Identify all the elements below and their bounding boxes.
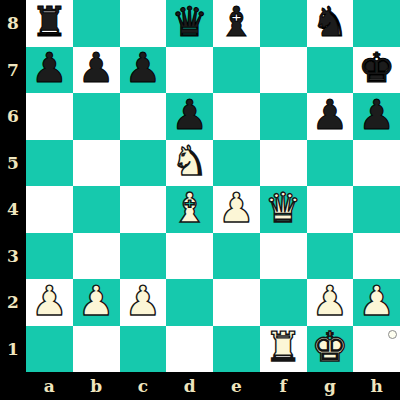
white-pawn-a2[interactable]: ♟ bbox=[31, 281, 68, 322]
rank-label-1: 1 bbox=[0, 326, 26, 373]
black-bishop-e8[interactable]: ♝ bbox=[218, 2, 255, 43]
square-b7[interactable]: ♟ bbox=[73, 47, 120, 94]
white-bishop-d4[interactable]: ♝ bbox=[171, 188, 208, 229]
rank-label-6: 6 bbox=[0, 93, 26, 140]
square-g1[interactable]: ♚ bbox=[307, 326, 354, 373]
file-label-g: g bbox=[307, 372, 354, 400]
square-d7[interactable] bbox=[166, 47, 213, 94]
square-e7[interactable] bbox=[213, 47, 260, 94]
square-c5[interactable] bbox=[120, 140, 167, 187]
rank-label-4: 4 bbox=[0, 186, 26, 233]
black-pawn-g6[interactable]: ♟ bbox=[311, 95, 348, 136]
square-a3[interactable] bbox=[26, 233, 73, 280]
black-pawn-h6[interactable]: ♟ bbox=[358, 95, 395, 136]
file-label-b: b bbox=[73, 372, 120, 400]
black-pawn-a7[interactable]: ♟ bbox=[31, 48, 68, 89]
square-e8[interactable]: ♝ bbox=[213, 0, 260, 47]
square-h2[interactable]: ♟ bbox=[353, 279, 400, 326]
square-h1[interactable] bbox=[353, 326, 400, 373]
board-frame-corner bbox=[0, 372, 26, 400]
square-f3[interactable] bbox=[260, 233, 307, 280]
square-e3[interactable] bbox=[213, 233, 260, 280]
square-a4[interactable] bbox=[26, 186, 73, 233]
white-rook-f1[interactable]: ♜ bbox=[265, 327, 302, 368]
white-pawn-b2[interactable]: ♟ bbox=[78, 281, 115, 322]
square-b6[interactable] bbox=[73, 93, 120, 140]
file-label-f: f bbox=[260, 372, 307, 400]
square-c2[interactable]: ♟ bbox=[120, 279, 167, 326]
file-label-h: h bbox=[353, 372, 400, 400]
square-a2[interactable]: ♟ bbox=[26, 279, 73, 326]
square-d8[interactable]: ♛ bbox=[166, 0, 213, 47]
rank-label-3: 3 bbox=[0, 233, 26, 280]
file-label-e: e bbox=[213, 372, 260, 400]
rank-label-7: 7 bbox=[0, 47, 26, 94]
square-c7[interactable]: ♟ bbox=[120, 47, 167, 94]
square-f5[interactable] bbox=[260, 140, 307, 187]
square-d5[interactable]: ♞ bbox=[166, 140, 213, 187]
square-g8[interactable]: ♞ bbox=[307, 0, 354, 47]
square-f6[interactable] bbox=[260, 93, 307, 140]
square-a5[interactable] bbox=[26, 140, 73, 187]
rank-labels: 87654321 bbox=[0, 0, 26, 372]
square-d3[interactable] bbox=[166, 233, 213, 280]
square-d1[interactable] bbox=[166, 326, 213, 373]
square-e4[interactable]: ♟ bbox=[213, 186, 260, 233]
white-pawn-c2[interactable]: ♟ bbox=[124, 281, 161, 322]
black-pawn-c7[interactable]: ♟ bbox=[124, 48, 161, 89]
file-labels: abcdefgh bbox=[26, 372, 400, 400]
side-to-move-indicator bbox=[388, 330, 397, 339]
square-a1[interactable] bbox=[26, 326, 73, 373]
square-a7[interactable]: ♟ bbox=[26, 47, 73, 94]
rank-label-5: 5 bbox=[0, 140, 26, 187]
square-f1[interactable]: ♜ bbox=[260, 326, 307, 373]
square-b2[interactable]: ♟ bbox=[73, 279, 120, 326]
black-king-h7[interactable]: ♚ bbox=[358, 48, 395, 89]
square-d4[interactable]: ♝ bbox=[166, 186, 213, 233]
square-c1[interactable] bbox=[120, 326, 167, 373]
square-g3[interactable] bbox=[307, 233, 354, 280]
square-h8[interactable] bbox=[353, 0, 400, 47]
black-rook-a8[interactable]: ♜ bbox=[31, 2, 68, 43]
square-h4[interactable] bbox=[353, 186, 400, 233]
white-king-g1[interactable]: ♚ bbox=[311, 327, 348, 368]
square-f2[interactable] bbox=[260, 279, 307, 326]
white-pawn-e4[interactable]: ♟ bbox=[218, 188, 255, 229]
square-b1[interactable] bbox=[73, 326, 120, 373]
rank-label-8: 8 bbox=[0, 0, 26, 47]
square-g6[interactable]: ♟ bbox=[307, 93, 354, 140]
square-f8[interactable] bbox=[260, 0, 307, 47]
square-b5[interactable] bbox=[73, 140, 120, 187]
white-queen-f4[interactable]: ♛ bbox=[265, 188, 302, 229]
square-e2[interactable] bbox=[213, 279, 260, 326]
square-g2[interactable]: ♟ bbox=[307, 279, 354, 326]
white-knight-d5[interactable]: ♞ bbox=[171, 141, 208, 182]
square-d6[interactable]: ♟ bbox=[166, 93, 213, 140]
black-pawn-d6[interactable]: ♟ bbox=[171, 95, 208, 136]
rank-label-2: 2 bbox=[0, 279, 26, 326]
square-c3[interactable] bbox=[120, 233, 167, 280]
square-e5[interactable] bbox=[213, 140, 260, 187]
square-f7[interactable] bbox=[260, 47, 307, 94]
square-d2[interactable] bbox=[166, 279, 213, 326]
white-pawn-g2[interactable]: ♟ bbox=[311, 281, 348, 322]
white-pawn-h2[interactable]: ♟ bbox=[358, 281, 395, 322]
square-e1[interactable] bbox=[213, 326, 260, 373]
black-queen-d8[interactable]: ♛ bbox=[171, 2, 208, 43]
square-c4[interactable] bbox=[120, 186, 167, 233]
square-b8[interactable] bbox=[73, 0, 120, 47]
file-label-c: c bbox=[120, 372, 167, 400]
square-f4[interactable]: ♛ bbox=[260, 186, 307, 233]
chess-board: ♜♛♝♞♟♟♟♚♟♟♟♞♝♟♛♟♟♟♟♟♜♚ bbox=[26, 0, 400, 372]
square-c8[interactable] bbox=[120, 0, 167, 47]
file-label-a: a bbox=[26, 372, 73, 400]
square-h5[interactable] bbox=[353, 140, 400, 187]
black-knight-g8[interactable]: ♞ bbox=[311, 2, 348, 43]
chess-diagram: 87654321 ♜♛♝♞♟♟♟♚♟♟♟♞♝♟♛♟♟♟♟♟♜♚ abcdefgh bbox=[0, 0, 400, 400]
square-g7[interactable] bbox=[307, 47, 354, 94]
black-pawn-b7[interactable]: ♟ bbox=[78, 48, 115, 89]
square-b4[interactable] bbox=[73, 186, 120, 233]
file-label-d: d bbox=[166, 372, 213, 400]
square-c6[interactable] bbox=[120, 93, 167, 140]
square-e6[interactable] bbox=[213, 93, 260, 140]
square-g4[interactable] bbox=[307, 186, 354, 233]
square-b3[interactable] bbox=[73, 233, 120, 280]
square-h3[interactable] bbox=[353, 233, 400, 280]
square-h7[interactable]: ♚ bbox=[353, 47, 400, 94]
square-a6[interactable] bbox=[26, 93, 73, 140]
square-g5[interactable] bbox=[307, 140, 354, 187]
square-h6[interactable]: ♟ bbox=[353, 93, 400, 140]
square-a8[interactable]: ♜ bbox=[26, 0, 73, 47]
